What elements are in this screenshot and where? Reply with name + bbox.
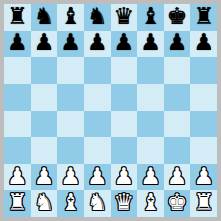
square-e8[interactable]: ♛ [111, 4, 138, 31]
white-rook-piece[interactable]: ♜ [193, 191, 214, 214]
black-bishop-piece[interactable]: ♝ [60, 5, 81, 28]
square-d5[interactable] [84, 84, 111, 111]
black-pawn-piece[interactable]: ♟ [193, 31, 214, 54]
square-a1[interactable]: ♜ [4, 190, 31, 217]
black-pawn-piece[interactable]: ♟ [60, 31, 81, 54]
square-f7[interactable]: ♟ [137, 31, 164, 58]
square-d8[interactable]: ♞ [84, 4, 111, 31]
square-e6[interactable] [111, 57, 138, 84]
square-c3[interactable] [57, 137, 84, 164]
square-h7[interactable]: ♟ [190, 31, 217, 58]
square-b6[interactable] [31, 57, 58, 84]
square-c7[interactable]: ♟ [57, 31, 84, 58]
square-e3[interactable] [111, 137, 138, 164]
square-g6[interactable] [164, 57, 191, 84]
white-pawn-piece[interactable]: ♟ [34, 165, 55, 188]
square-b1[interactable]: ♞ [31, 190, 58, 217]
square-h6[interactable] [190, 57, 217, 84]
black-king-piece[interactable]: ♚ [167, 5, 188, 28]
square-c4[interactable] [57, 111, 84, 138]
board-frame: ♜♞♝♞♛♝♚♜♟♟♟♟♟♟♟♟♟♟♟♟♟♟♟♟♜♞♝♞♛♝♚♜ [0, 0, 221, 221]
black-pawn-piece[interactable]: ♟ [87, 31, 108, 54]
white-pawn-piece[interactable]: ♟ [60, 165, 81, 188]
square-e2[interactable]: ♟ [111, 164, 138, 191]
white-pawn-piece[interactable]: ♟ [140, 165, 161, 188]
black-pawn-piece[interactable]: ♟ [167, 31, 188, 54]
square-g1[interactable]: ♚ [164, 190, 191, 217]
square-b8[interactable]: ♞ [31, 4, 58, 31]
square-c1[interactable]: ♝ [57, 190, 84, 217]
square-c5[interactable] [57, 84, 84, 111]
square-a5[interactable] [4, 84, 31, 111]
square-b7[interactable]: ♟ [31, 31, 58, 58]
square-a3[interactable] [4, 137, 31, 164]
chess-board: ♜♞♝♞♛♝♚♜♟♟♟♟♟♟♟♟♟♟♟♟♟♟♟♟♜♞♝♞♛♝♚♜ [4, 4, 217, 217]
square-e5[interactable] [111, 84, 138, 111]
square-f1[interactable]: ♝ [137, 190, 164, 217]
white-queen-piece[interactable]: ♛ [114, 191, 135, 214]
square-c6[interactable] [57, 57, 84, 84]
white-knight-piece[interactable]: ♞ [87, 191, 108, 214]
white-pawn-piece[interactable]: ♟ [87, 165, 108, 188]
square-a6[interactable] [4, 57, 31, 84]
black-knight-piece[interactable]: ♞ [87, 5, 108, 28]
square-g8[interactable]: ♚ [164, 4, 191, 31]
square-h1[interactable]: ♜ [190, 190, 217, 217]
black-knight-piece[interactable]: ♞ [34, 5, 55, 28]
square-d4[interactable] [84, 111, 111, 138]
square-a2[interactable]: ♟ [4, 164, 31, 191]
black-pawn-piece[interactable]: ♟ [34, 31, 55, 54]
square-f6[interactable] [137, 57, 164, 84]
square-g2[interactable]: ♟ [164, 164, 191, 191]
black-pawn-piece[interactable]: ♟ [140, 31, 161, 54]
square-f8[interactable]: ♝ [137, 4, 164, 31]
white-pawn-piece[interactable]: ♟ [167, 165, 188, 188]
square-g7[interactable]: ♟ [164, 31, 191, 58]
square-g4[interactable] [164, 111, 191, 138]
white-pawn-piece[interactable]: ♟ [7, 165, 28, 188]
square-e1[interactable]: ♛ [111, 190, 138, 217]
square-h3[interactable] [190, 137, 217, 164]
square-d6[interactable] [84, 57, 111, 84]
square-f5[interactable] [137, 84, 164, 111]
square-f3[interactable] [137, 137, 164, 164]
black-rook-piece[interactable]: ♜ [7, 5, 28, 28]
square-d2[interactable]: ♟ [84, 164, 111, 191]
square-h4[interactable] [190, 111, 217, 138]
square-d7[interactable]: ♟ [84, 31, 111, 58]
square-d3[interactable] [84, 137, 111, 164]
white-pawn-piece[interactable]: ♟ [114, 165, 135, 188]
square-h2[interactable]: ♟ [190, 164, 217, 191]
square-e7[interactable]: ♟ [111, 31, 138, 58]
white-knight-piece[interactable]: ♞ [34, 191, 55, 214]
square-b5[interactable] [31, 84, 58, 111]
white-bishop-piece[interactable]: ♝ [60, 191, 81, 214]
black-rook-piece[interactable]: ♜ [193, 5, 214, 28]
square-h5[interactable] [190, 84, 217, 111]
white-bishop-piece[interactable]: ♝ [140, 191, 161, 214]
square-c8[interactable]: ♝ [57, 4, 84, 31]
square-f2[interactable]: ♟ [137, 164, 164, 191]
white-pawn-piece[interactable]: ♟ [193, 165, 214, 188]
square-g5[interactable] [164, 84, 191, 111]
square-a4[interactable] [4, 111, 31, 138]
square-a8[interactable]: ♜ [4, 4, 31, 31]
square-g3[interactable] [164, 137, 191, 164]
white-king-piece[interactable]: ♚ [167, 191, 188, 214]
square-a7[interactable]: ♟ [4, 31, 31, 58]
black-pawn-piece[interactable]: ♟ [114, 31, 135, 54]
black-pawn-piece[interactable]: ♟ [7, 31, 28, 54]
square-b2[interactable]: ♟ [31, 164, 58, 191]
white-rook-piece[interactable]: ♜ [7, 191, 28, 214]
square-d1[interactable]: ♞ [84, 190, 111, 217]
square-h8[interactable]: ♜ [190, 4, 217, 31]
square-b4[interactable] [31, 111, 58, 138]
square-b3[interactable] [31, 137, 58, 164]
black-bishop-piece[interactable]: ♝ [140, 5, 161, 28]
black-queen-piece[interactable]: ♛ [114, 5, 135, 28]
square-f4[interactable] [137, 111, 164, 138]
square-e4[interactable] [111, 111, 138, 138]
square-c2[interactable]: ♟ [57, 164, 84, 191]
